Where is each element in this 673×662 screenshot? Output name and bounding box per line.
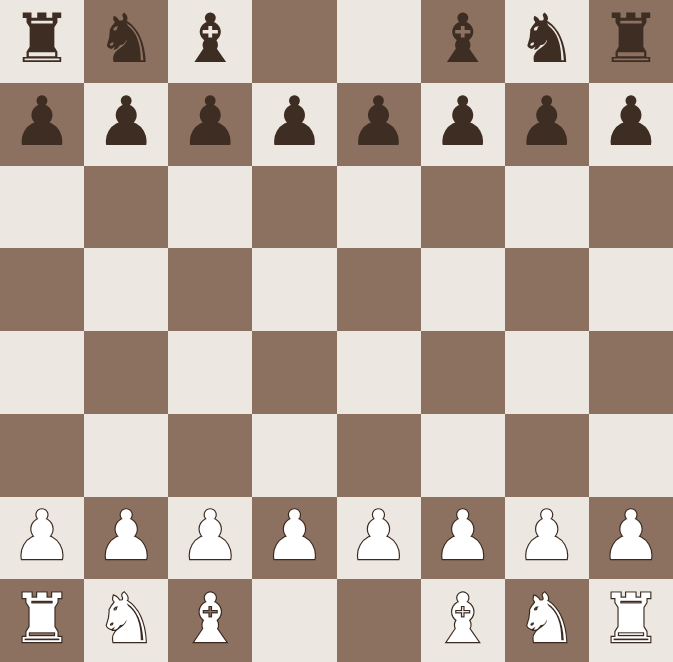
square-e1[interactable] bbox=[337, 579, 421, 662]
square-a1[interactable]: ♜ bbox=[0, 579, 84, 662]
square-f7[interactable]: ♟ bbox=[421, 83, 505, 166]
square-e4[interactable] bbox=[337, 331, 421, 414]
square-h2[interactable]: ♟ bbox=[589, 497, 673, 580]
black-knight[interactable]: ♞ bbox=[96, 5, 157, 73]
white-knight[interactable]: ♞ bbox=[516, 585, 577, 653]
square-f5[interactable] bbox=[421, 248, 505, 331]
black-pawn[interactable]: ♟ bbox=[432, 88, 493, 156]
white-pawn[interactable]: ♟ bbox=[348, 502, 409, 570]
square-c3[interactable] bbox=[168, 414, 252, 497]
square-f6[interactable] bbox=[421, 166, 505, 249]
square-b7[interactable]: ♟ bbox=[84, 83, 168, 166]
white-pawn[interactable]: ♟ bbox=[180, 502, 241, 570]
square-b2[interactable]: ♟ bbox=[84, 497, 168, 580]
white-pawn[interactable]: ♟ bbox=[432, 502, 493, 570]
white-pawn[interactable]: ♟ bbox=[516, 502, 577, 570]
square-e2[interactable]: ♟ bbox=[337, 497, 421, 580]
square-g8[interactable]: ♞ bbox=[505, 0, 589, 83]
square-h3[interactable] bbox=[589, 414, 673, 497]
white-rook[interactable]: ♜ bbox=[12, 585, 73, 653]
black-bishop[interactable]: ♝ bbox=[180, 5, 241, 73]
square-f4[interactable] bbox=[421, 331, 505, 414]
black-rook[interactable]: ♜ bbox=[12, 5, 73, 73]
square-c7[interactable]: ♟ bbox=[168, 83, 252, 166]
black-pawn[interactable]: ♟ bbox=[12, 88, 73, 156]
square-a5[interactable] bbox=[0, 248, 84, 331]
square-e7[interactable]: ♟ bbox=[337, 83, 421, 166]
square-h7[interactable]: ♟ bbox=[589, 83, 673, 166]
square-a8[interactable]: ♜ bbox=[0, 0, 84, 83]
square-d5[interactable] bbox=[252, 248, 336, 331]
square-c2[interactable]: ♟ bbox=[168, 497, 252, 580]
square-g6[interactable] bbox=[505, 166, 589, 249]
square-g4[interactable] bbox=[505, 331, 589, 414]
square-c5[interactable] bbox=[168, 248, 252, 331]
square-h1[interactable]: ♜ bbox=[589, 579, 673, 662]
square-g7[interactable]: ♟ bbox=[505, 83, 589, 166]
square-b4[interactable] bbox=[84, 331, 168, 414]
white-bishop[interactable]: ♝ bbox=[180, 585, 241, 653]
black-pawn[interactable]: ♟ bbox=[96, 88, 157, 156]
square-g5[interactable] bbox=[505, 248, 589, 331]
white-pawn[interactable]: ♟ bbox=[96, 502, 157, 570]
square-a3[interactable] bbox=[0, 414, 84, 497]
square-h6[interactable] bbox=[589, 166, 673, 249]
square-h8[interactable]: ♜ bbox=[589, 0, 673, 83]
square-f2[interactable]: ♟ bbox=[421, 497, 505, 580]
white-pawn[interactable]: ♟ bbox=[600, 502, 661, 570]
square-a7[interactable]: ♟ bbox=[0, 83, 84, 166]
square-c1[interactable]: ♝ bbox=[168, 579, 252, 662]
square-f8[interactable]: ♝ bbox=[421, 0, 505, 83]
square-h4[interactable] bbox=[589, 331, 673, 414]
square-d1[interactable] bbox=[252, 579, 336, 662]
black-pawn[interactable]: ♟ bbox=[348, 88, 409, 156]
square-c4[interactable] bbox=[168, 331, 252, 414]
square-b8[interactable]: ♞ bbox=[84, 0, 168, 83]
square-f1[interactable]: ♝ bbox=[421, 579, 505, 662]
square-e6[interactable] bbox=[337, 166, 421, 249]
black-bishop[interactable]: ♝ bbox=[432, 5, 493, 73]
black-pawn[interactable]: ♟ bbox=[264, 88, 325, 156]
square-d7[interactable]: ♟ bbox=[252, 83, 336, 166]
white-rook[interactable]: ♜ bbox=[600, 585, 661, 653]
square-e3[interactable] bbox=[337, 414, 421, 497]
square-a4[interactable] bbox=[0, 331, 84, 414]
square-d8[interactable] bbox=[252, 0, 336, 83]
square-b1[interactable]: ♞ bbox=[84, 579, 168, 662]
square-c8[interactable]: ♝ bbox=[168, 0, 252, 83]
black-pawn[interactable]: ♟ bbox=[180, 88, 241, 156]
black-rook[interactable]: ♜ bbox=[600, 5, 661, 73]
square-b5[interactable] bbox=[84, 248, 168, 331]
square-d4[interactable] bbox=[252, 331, 336, 414]
square-b3[interactable] bbox=[84, 414, 168, 497]
chess-board: ♜♞♝♝♞♜♟♟♟♟♟♟♟♟♟♟♟♟♟♟♟♟♜♞♝♝♞♜ bbox=[0, 0, 673, 662]
white-bishop[interactable]: ♝ bbox=[432, 585, 493, 653]
square-h5[interactable] bbox=[589, 248, 673, 331]
white-knight[interactable]: ♞ bbox=[96, 585, 157, 653]
square-d3[interactable] bbox=[252, 414, 336, 497]
square-d6[interactable] bbox=[252, 166, 336, 249]
square-e8[interactable] bbox=[337, 0, 421, 83]
square-a6[interactable] bbox=[0, 166, 84, 249]
square-d2[interactable]: ♟ bbox=[252, 497, 336, 580]
square-g3[interactable] bbox=[505, 414, 589, 497]
square-c6[interactable] bbox=[168, 166, 252, 249]
square-e5[interactable] bbox=[337, 248, 421, 331]
black-pawn[interactable]: ♟ bbox=[600, 88, 661, 156]
black-knight[interactable]: ♞ bbox=[516, 5, 577, 73]
square-b6[interactable] bbox=[84, 166, 168, 249]
square-f3[interactable] bbox=[421, 414, 505, 497]
black-pawn[interactable]: ♟ bbox=[516, 88, 577, 156]
white-pawn[interactable]: ♟ bbox=[12, 502, 73, 570]
square-g2[interactable]: ♟ bbox=[505, 497, 589, 580]
square-a2[interactable]: ♟ bbox=[0, 497, 84, 580]
square-g1[interactable]: ♞ bbox=[505, 579, 589, 662]
white-pawn[interactable]: ♟ bbox=[264, 502, 325, 570]
